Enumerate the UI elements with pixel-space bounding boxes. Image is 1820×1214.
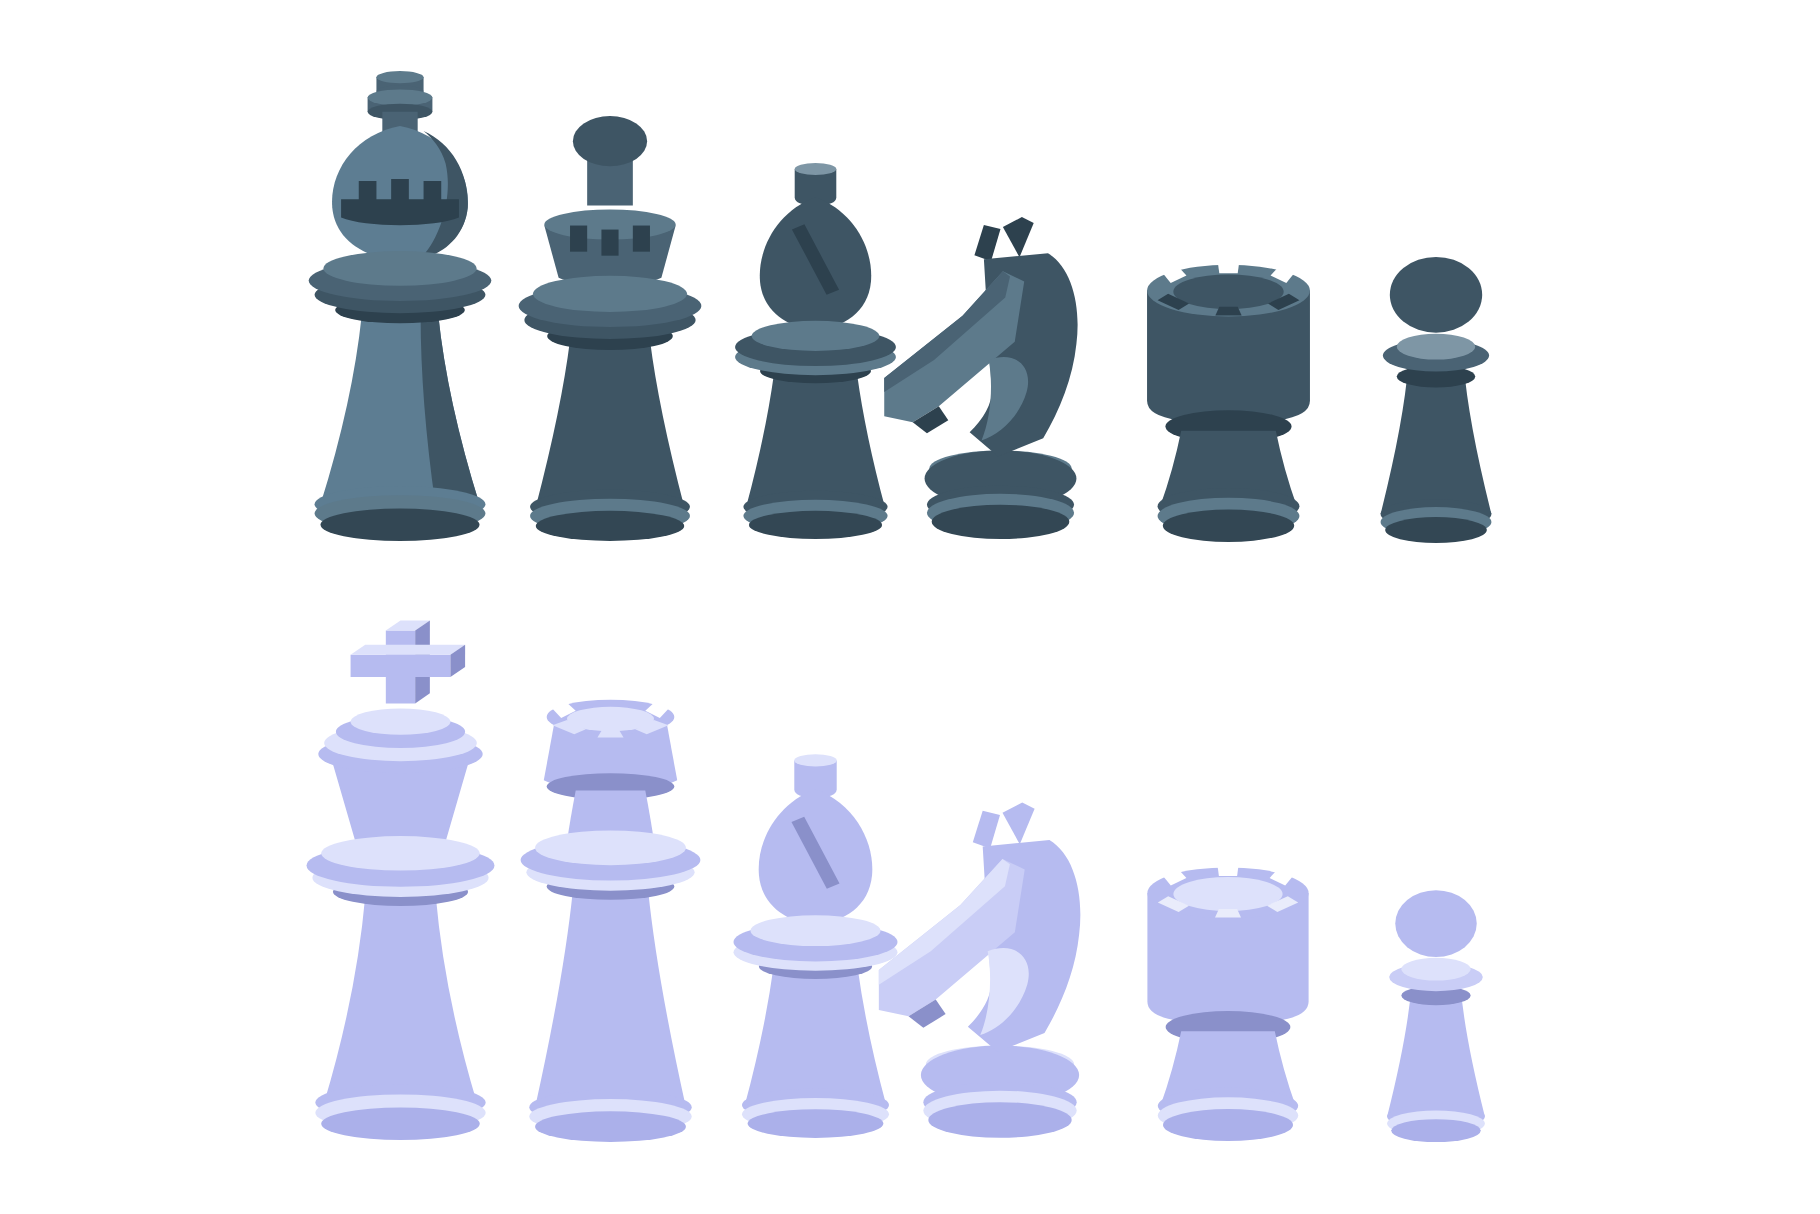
chess-piece-set-illustration [0, 0, 1820, 1214]
white-pawn-piece [1324, 878, 1548, 1142]
black-pawn-piece [1309, 243, 1563, 543]
black-pawn-icon [1309, 243, 1563, 543]
white-pawn-icon [1324, 878, 1548, 1142]
